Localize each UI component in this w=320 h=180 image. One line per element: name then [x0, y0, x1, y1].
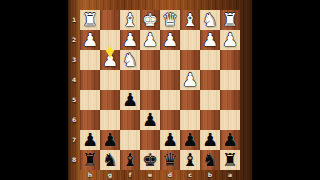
- rank-label-1: 1: [68, 10, 80, 30]
- square-d8[interactable]: ♛: [160, 150, 180, 170]
- square-h5[interactable]: [80, 90, 100, 110]
- file-label-g: g: [100, 170, 120, 180]
- file-label-e: e: [140, 170, 160, 180]
- square-a7[interactable]: ♟: [220, 130, 240, 150]
- square-e2[interactable]: ♟: [140, 30, 160, 50]
- black-queen[interactable]: ♛: [162, 150, 178, 170]
- file-labels: hgfedcba: [80, 170, 240, 180]
- white-pawn[interactable]: ♟: [122, 30, 138, 50]
- square-f4[interactable]: [120, 70, 140, 90]
- black-bishop[interactable]: ♝: [122, 150, 138, 170]
- chess-board[interactable]: ♜♝♚♛♝♞♜♟♟♟♟♟♟♟♞♟♟♟♟♟♟♟♟♟♜♞♝♚♛♝♞♜: [80, 10, 240, 170]
- square-b6[interactable]: [200, 110, 220, 130]
- square-b8[interactable]: ♞: [200, 150, 220, 170]
- square-f5[interactable]: ♟: [120, 90, 140, 110]
- white-bishop[interactable]: ♝: [122, 10, 138, 30]
- square-a3[interactable]: [220, 50, 240, 70]
- board-frame: 12345678 ♜♝♚♛♝♞♜♟♟♟♟♟♟♟♞♟♟♟♟♟♟♟♟♟♜♞♝♚♛♝♞…: [68, 0, 252, 180]
- rank-label-3: 3: [68, 50, 80, 70]
- square-c6[interactable]: [180, 110, 200, 130]
- square-h1[interactable]: ♜: [80, 10, 100, 30]
- white-king[interactable]: ♚: [142, 10, 158, 30]
- black-pawn[interactable]: ♟: [162, 130, 178, 150]
- square-b5[interactable]: [200, 90, 220, 110]
- square-d7[interactable]: ♟: [160, 130, 180, 150]
- rank-labels: 12345678: [68, 10, 80, 170]
- square-h6[interactable]: [80, 110, 100, 130]
- square-g6[interactable]: [100, 110, 120, 130]
- white-pawn[interactable]: ♟: [162, 30, 178, 50]
- white-pawn[interactable]: ♟: [182, 70, 198, 90]
- square-c8[interactable]: ♝: [180, 150, 200, 170]
- square-f6[interactable]: [120, 110, 140, 130]
- white-pawn[interactable]: ♟: [222, 30, 238, 50]
- file-label-b: b: [200, 170, 220, 180]
- rank-label-6: 6: [68, 110, 80, 130]
- white-pawn[interactable]: ♟: [142, 30, 158, 50]
- square-c2[interactable]: [180, 30, 200, 50]
- square-d2[interactable]: ♟: [160, 30, 180, 50]
- file-label-a: a: [220, 170, 240, 180]
- black-pawn[interactable]: ♟: [142, 110, 158, 130]
- square-c4[interactable]: ♟: [180, 70, 200, 90]
- file-label-h: h: [80, 170, 100, 180]
- file-label-d: d: [160, 170, 180, 180]
- rank-label-7: 7: [68, 130, 80, 150]
- square-a6[interactable]: [220, 110, 240, 130]
- square-h2[interactable]: ♟: [80, 30, 100, 50]
- square-d5[interactable]: [160, 90, 180, 110]
- square-c3[interactable]: [180, 50, 200, 70]
- square-e7[interactable]: [140, 130, 160, 150]
- square-b1[interactable]: ♞: [200, 10, 220, 30]
- file-label-c: c: [180, 170, 200, 180]
- square-e3[interactable]: [140, 50, 160, 70]
- square-e8[interactable]: ♚: [140, 150, 160, 170]
- black-bishop[interactable]: ♝: [182, 150, 198, 170]
- white-pawn[interactable]: ♟: [202, 30, 218, 50]
- square-h7[interactable]: ♟: [80, 130, 100, 150]
- square-g7[interactable]: ♟: [100, 130, 120, 150]
- black-king[interactable]: ♚: [142, 150, 158, 170]
- black-pawn[interactable]: ♟: [82, 130, 98, 150]
- square-b4[interactable]: [200, 70, 220, 90]
- square-g3[interactable]: ♟: [100, 50, 120, 70]
- square-a2[interactable]: ♟: [220, 30, 240, 50]
- black-knight[interactable]: ♞: [102, 150, 118, 170]
- square-d4[interactable]: [160, 70, 180, 90]
- rank-label-8: 8: [68, 150, 80, 170]
- white-rook[interactable]: ♜: [222, 10, 238, 30]
- black-pawn[interactable]: ♟: [222, 130, 238, 150]
- black-pawn[interactable]: ♟: [102, 130, 118, 150]
- square-g2[interactable]: [100, 30, 120, 50]
- rank-label-2: 2: [68, 30, 80, 50]
- square-a1[interactable]: ♜: [220, 10, 240, 30]
- chess-app-background: 12345678 ♜♝♚♛♝♞♜♟♟♟♟♟♟♟♞♟♟♟♟♟♟♟♟♟♜♞♝♚♛♝♞…: [0, 0, 320, 180]
- square-d6[interactable]: [160, 110, 180, 130]
- square-d3[interactable]: [160, 50, 180, 70]
- square-e1[interactable]: ♚: [140, 10, 160, 30]
- black-pawn[interactable]: ♟: [202, 130, 218, 150]
- white-knight[interactable]: ♞: [202, 10, 218, 30]
- white-pawn[interactable]: ♟: [102, 50, 118, 70]
- square-h8[interactable]: ♜: [80, 150, 100, 170]
- square-g5[interactable]: [100, 90, 120, 110]
- black-pawn[interactable]: ♟: [182, 130, 198, 150]
- square-b7[interactable]: ♟: [200, 130, 220, 150]
- square-a5[interactable]: [220, 90, 240, 110]
- square-e5[interactable]: [140, 90, 160, 110]
- square-a8[interactable]: ♜: [220, 150, 240, 170]
- white-bishop[interactable]: ♝: [182, 10, 198, 30]
- square-c5[interactable]: [180, 90, 200, 110]
- black-pawn[interactable]: ♟: [122, 90, 138, 110]
- square-f7[interactable]: [120, 130, 140, 150]
- square-h3[interactable]: [80, 50, 100, 70]
- rank-label-4: 4: [68, 70, 80, 90]
- square-h4[interactable]: [80, 70, 100, 90]
- square-f1[interactable]: ♝: [120, 10, 140, 30]
- white-queen[interactable]: ♛: [162, 10, 178, 30]
- square-b2[interactable]: ♟: [200, 30, 220, 50]
- rank-label-5: 5: [68, 90, 80, 110]
- square-b3[interactable]: [200, 50, 220, 70]
- square-g1[interactable]: [100, 10, 120, 30]
- square-c7[interactable]: ♟: [180, 130, 200, 150]
- square-g4[interactable]: [100, 70, 120, 90]
- square-c1[interactable]: ♝: [180, 10, 200, 30]
- square-g8[interactable]: ♞: [100, 150, 120, 170]
- square-f8[interactable]: ♝: [120, 150, 140, 170]
- black-rook[interactable]: ♜: [222, 150, 238, 170]
- square-e6[interactable]: ♟: [140, 110, 160, 130]
- file-label-f: f: [120, 170, 140, 180]
- black-rook[interactable]: ♜: [82, 150, 98, 170]
- square-d1[interactable]: ♛: [160, 10, 180, 30]
- square-f3[interactable]: ♞: [120, 50, 140, 70]
- white-pawn[interactable]: ♟: [82, 30, 98, 50]
- black-knight[interactable]: ♞: [202, 150, 218, 170]
- white-knight[interactable]: ♞: [122, 50, 138, 70]
- square-a4[interactable]: [220, 70, 240, 90]
- white-rook[interactable]: ♜: [82, 10, 98, 30]
- square-e4[interactable]: [140, 70, 160, 90]
- square-f2[interactable]: ♟: [120, 30, 140, 50]
